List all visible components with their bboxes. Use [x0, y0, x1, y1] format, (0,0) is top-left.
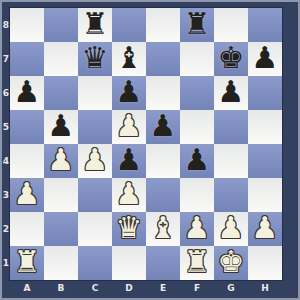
white-pawn[interactable]: ♟ [218, 213, 245, 243]
black-pawn[interactable]: ♟ [48, 111, 75, 141]
square-h7[interactable]: ♟ [248, 42, 282, 76]
square-e4[interactable] [146, 144, 180, 178]
black-king[interactable]: ♚ [218, 43, 245, 73]
black-pawn[interactable]: ♟ [218, 77, 245, 107]
black-pawn[interactable]: ♟ [184, 145, 211, 175]
white-pawn[interactable]: ♟ [252, 213, 279, 243]
square-h5[interactable] [248, 110, 282, 144]
square-e7[interactable] [146, 42, 180, 76]
square-c7[interactable]: ♛ [78, 42, 112, 76]
black-pawn[interactable]: ♟ [116, 77, 143, 107]
square-d4[interactable]: ♟ [112, 144, 146, 178]
chess-board: ♜♜♛♝♚♟♟♟♟♟♟♟♟♟♟♟♟♟♛♝♟♟♟♜♜♚ [10, 8, 282, 280]
white-pawn[interactable]: ♟ [184, 213, 211, 243]
square-f5[interactable] [180, 110, 214, 144]
file-label-d: D [112, 281, 146, 296]
square-h4[interactable] [248, 144, 282, 178]
square-c4[interactable]: ♟ [78, 144, 112, 178]
square-a4[interactable] [10, 144, 44, 178]
square-d7[interactable]: ♝ [112, 42, 146, 76]
white-rook[interactable]: ♜ [184, 247, 211, 277]
white-bishop[interactable]: ♝ [150, 213, 177, 243]
square-e6[interactable] [146, 76, 180, 110]
square-b2[interactable] [44, 212, 78, 246]
white-queen[interactable]: ♛ [116, 213, 143, 243]
square-c2[interactable] [78, 212, 112, 246]
black-pawn[interactable]: ♟ [116, 145, 143, 175]
square-b1[interactable] [44, 246, 78, 280]
square-e3[interactable] [146, 178, 180, 212]
square-e5[interactable]: ♟ [146, 110, 180, 144]
square-g6[interactable]: ♟ [214, 76, 248, 110]
rank-label-7: 7 [2, 42, 10, 76]
rank-label-8: 8 [2, 8, 10, 42]
black-pawn[interactable]: ♟ [252, 43, 279, 73]
square-c8[interactable]: ♜ [78, 8, 112, 42]
square-g1[interactable]: ♚ [214, 246, 248, 280]
file-label-e: E [146, 281, 180, 296]
chess-board-frame: ♜♜♛♝♚♟♟♟♟♟♟♟♟♟♟♟♟♟♛♝♟♟♟♜♜♚ 87654321 ABCD… [0, 0, 300, 300]
square-h8[interactable] [248, 8, 282, 42]
square-c5[interactable] [78, 110, 112, 144]
black-queen[interactable]: ♛ [82, 43, 109, 73]
square-c3[interactable] [78, 178, 112, 212]
square-h3[interactable] [248, 178, 282, 212]
file-label-a: A [10, 281, 44, 296]
square-f4[interactable]: ♟ [180, 144, 214, 178]
square-h1[interactable] [248, 246, 282, 280]
rank-label-3: 3 [2, 178, 10, 212]
square-a1[interactable]: ♜ [10, 246, 44, 280]
white-king[interactable]: ♚ [218, 247, 245, 277]
square-f1[interactable]: ♜ [180, 246, 214, 280]
square-b5[interactable]: ♟ [44, 110, 78, 144]
square-d6[interactable]: ♟ [112, 76, 146, 110]
white-pawn[interactable]: ♟ [116, 179, 143, 209]
white-rook[interactable]: ♜ [14, 247, 41, 277]
black-bishop[interactable]: ♝ [116, 43, 143, 73]
square-f7[interactable] [180, 42, 214, 76]
file-label-c: C [78, 281, 112, 296]
square-d3[interactable]: ♟ [112, 178, 146, 212]
square-a8[interactable] [10, 8, 44, 42]
white-pawn[interactable]: ♟ [116, 111, 143, 141]
file-label-b: B [44, 281, 78, 296]
rank-label-5: 5 [2, 110, 10, 144]
square-g5[interactable] [214, 110, 248, 144]
white-pawn[interactable]: ♟ [82, 145, 109, 175]
square-d1[interactable] [112, 246, 146, 280]
file-label-f: F [180, 281, 214, 296]
square-h6[interactable] [248, 76, 282, 110]
square-e8[interactable] [146, 8, 180, 42]
square-g2[interactable]: ♟ [214, 212, 248, 246]
square-b4[interactable]: ♟ [44, 144, 78, 178]
square-g3[interactable] [214, 178, 248, 212]
square-a5[interactable] [10, 110, 44, 144]
square-b7[interactable] [44, 42, 78, 76]
rank-label-2: 2 [2, 212, 10, 246]
white-pawn[interactable]: ♟ [48, 145, 75, 175]
black-rook[interactable]: ♜ [82, 9, 109, 39]
square-h2[interactable]: ♟ [248, 212, 282, 246]
square-c6[interactable] [78, 76, 112, 110]
square-a6[interactable]: ♟ [10, 76, 44, 110]
black-pawn[interactable]: ♟ [150, 111, 177, 141]
black-rook[interactable]: ♜ [184, 9, 211, 39]
square-c1[interactable] [78, 246, 112, 280]
square-a2[interactable] [10, 212, 44, 246]
square-f2[interactable]: ♟ [180, 212, 214, 246]
square-f8[interactable]: ♜ [180, 8, 214, 42]
square-g4[interactable] [214, 144, 248, 178]
rank-label-1: 1 [2, 246, 10, 280]
square-e2[interactable]: ♝ [146, 212, 180, 246]
square-d8[interactable] [112, 8, 146, 42]
rank-label-6: 6 [2, 76, 10, 110]
square-f6[interactable] [180, 76, 214, 110]
square-b8[interactable] [44, 8, 78, 42]
square-d2[interactable]: ♛ [112, 212, 146, 246]
square-b6[interactable] [44, 76, 78, 110]
file-label-h: H [248, 281, 282, 296]
rank-label-4: 4 [2, 144, 10, 178]
white-pawn[interactable]: ♟ [14, 179, 41, 209]
square-b3[interactable] [44, 178, 78, 212]
square-g8[interactable] [214, 8, 248, 42]
square-f3[interactable] [180, 178, 214, 212]
square-a3[interactable]: ♟ [10, 178, 44, 212]
square-d5[interactable]: ♟ [112, 110, 146, 144]
square-e1[interactable] [146, 246, 180, 280]
black-pawn[interactable]: ♟ [14, 77, 41, 107]
file-label-g: G [214, 281, 248, 296]
square-a7[interactable] [10, 42, 44, 76]
square-g7[interactable]: ♚ [214, 42, 248, 76]
